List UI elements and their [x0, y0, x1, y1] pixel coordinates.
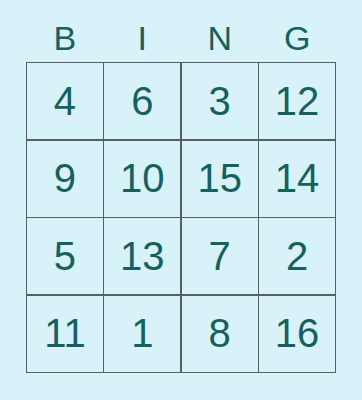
bingo-cell-r2c1[interactable]: 9: [27, 141, 103, 217]
bingo-cell-r1c2[interactable]: 6: [104, 63, 180, 139]
header-letter-b: B: [26, 19, 104, 57]
header-letter-g: G: [259, 19, 337, 57]
bingo-board: 4 6 3 12 9 10 15 14 5 13 7 2 11 1 8 16: [26, 62, 336, 373]
bingo-cell-r2c2[interactable]: 10: [104, 141, 180, 217]
bingo-cell-r2c4[interactable]: 14: [259, 141, 335, 217]
bingo-cell-r4c2[interactable]: 1: [104, 296, 180, 372]
header-letter-n: N: [181, 19, 259, 57]
bingo-cell-r4c4[interactable]: 16: [259, 296, 335, 372]
bingo-cell-r3c4[interactable]: 2: [259, 218, 335, 294]
bingo-cell-r4c1[interactable]: 11: [27, 296, 103, 372]
bingo-cell-r1c1[interactable]: 4: [27, 63, 103, 139]
bingo-cell-r3c3[interactable]: 7: [182, 218, 258, 294]
header-letter-i: I: [104, 19, 182, 57]
bingo-cell-r2c3[interactable]: 15: [182, 141, 258, 217]
bingo-cell-r3c1[interactable]: 5: [27, 218, 103, 294]
bingo-card: B I N G 4 6 3 12 9 10 15 14 5 13 7 2 11 …: [0, 0, 362, 400]
bingo-header: B I N G: [26, 19, 336, 57]
bingo-cell-r4c3[interactable]: 8: [182, 296, 258, 372]
bingo-cell-r1c4[interactable]: 12: [259, 63, 335, 139]
bingo-cell-r1c3[interactable]: 3: [182, 63, 258, 139]
bingo-cell-r3c2[interactable]: 13: [104, 218, 180, 294]
